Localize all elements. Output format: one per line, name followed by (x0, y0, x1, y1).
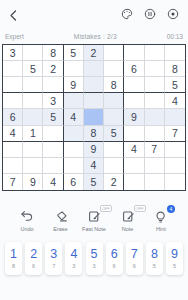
undo-button[interactable]: Undo (12, 209, 42, 232)
cell-r6c1[interactable]: 4 (3, 126, 23, 142)
cell-r3c4[interactable]: 9 (64, 77, 84, 93)
cell-r3c8[interactable] (145, 77, 165, 93)
hint-label: Hint (156, 226, 166, 232)
note-icon (121, 209, 135, 223)
cell-r8c7[interactable] (124, 158, 144, 174)
toolbar: Undo Erase OFF Fast Note OFF (0, 209, 188, 232)
cell-r2c4[interactable] (64, 61, 84, 77)
cell-r3c5[interactable] (84, 77, 104, 93)
cell-r6c7[interactable] (124, 126, 144, 142)
mistakes-counter: Mistakes : 2/3 (74, 33, 117, 40)
cell-r8c8[interactable] (145, 158, 165, 174)
note-button[interactable]: OFF Note (113, 209, 143, 232)
numpad-remaining-count: 6 (32, 264, 35, 269)
cell-r5c3[interactable]: 5 (43, 109, 63, 125)
numpad-digit: 2 (30, 248, 37, 261)
numpad-key-6[interactable]: 66 (106, 242, 123, 275)
cell-r5c5[interactable] (84, 109, 104, 125)
difficulty-label: Expert (5, 33, 24, 40)
numpad-key-5[interactable]: 53 (86, 242, 103, 275)
cell-r1c9[interactable] (165, 45, 185, 61)
cell-r8c1[interactable] (3, 158, 23, 174)
cell-r2c8[interactable] (145, 61, 165, 77)
cell-r1c6[interactable] (104, 45, 124, 61)
cell-r4c2[interactable] (23, 93, 43, 109)
cell-r6c6[interactable]: 5 (104, 126, 124, 142)
cell-r5c2[interactable] (23, 109, 43, 125)
numpad-key-7[interactable]: 76 (126, 242, 143, 275)
numpad-digit: 9 (171, 248, 178, 261)
back-chevron-icon (8, 9, 20, 22)
cell-r7c2[interactable] (23, 142, 43, 158)
cell-r3c6[interactable]: 8 (104, 77, 124, 93)
theme-palette-button[interactable] (121, 8, 133, 20)
cell-r4c3[interactable]: 3 (43, 93, 63, 109)
numpad-remaining-count: 3 (92, 264, 95, 269)
cell-r3c2[interactable] (23, 77, 43, 93)
cell-r1c5[interactable]: 2 (84, 45, 104, 61)
cell-r7c4[interactable] (64, 142, 84, 158)
cell-r6c3[interactable] (43, 126, 63, 142)
numpad: 182637435366768595 (0, 242, 188, 275)
fast-note-button[interactable]: OFF Fast Note (79, 209, 109, 232)
cell-r1c3[interactable]: 8 (43, 45, 63, 61)
cell-r4c7[interactable] (124, 93, 144, 109)
hint-count-badge: 4 (167, 205, 175, 213)
cell-r1c7[interactable] (124, 45, 144, 61)
cell-r7c9[interactable] (165, 142, 185, 158)
cell-r7c7[interactable]: 4 (124, 142, 144, 158)
cell-r5c7[interactable]: 9 (124, 109, 144, 125)
note-label: Note (122, 226, 134, 232)
cell-r7c3[interactable] (43, 142, 63, 158)
numpad-key-2[interactable]: 26 (25, 242, 42, 275)
cell-r9c2[interactable]: 9 (23, 174, 43, 190)
cell-r5c6[interactable] (104, 109, 124, 125)
timer: 00:13 (167, 33, 183, 40)
cell-r8c3[interactable] (43, 158, 63, 174)
cell-r1c4[interactable]: 5 (64, 45, 84, 61)
cell-r1c8[interactable] (145, 45, 165, 61)
cell-r2c2[interactable]: 5 (23, 61, 43, 77)
cell-r2c1[interactable] (3, 61, 23, 77)
top-right-icons (121, 8, 179, 20)
cell-r3c3[interactable] (43, 77, 63, 93)
erase-label: Erase (53, 226, 67, 232)
cell-r4c9[interactable]: 4 (165, 93, 185, 109)
record-icon (167, 8, 179, 20)
cell-r8c6[interactable] (104, 158, 124, 174)
cell-r8c2[interactable] (23, 158, 43, 174)
numpad-digit: 6 (111, 248, 118, 261)
cell-r4c5[interactable] (84, 93, 104, 109)
record-button[interactable] (167, 8, 179, 20)
erase-icon (54, 209, 68, 223)
numpad-key-8[interactable]: 85 (146, 242, 163, 275)
cell-r9c7[interactable] (124, 174, 144, 190)
numpad-remaining-count: 6 (133, 264, 136, 269)
sudoku-app: Expert Mistakes : 2/3 00:13 385252689853… (0, 0, 188, 300)
cell-r6c8[interactable] (145, 126, 165, 142)
status-row: Expert Mistakes : 2/3 00:13 (0, 33, 188, 40)
numpad-remaining-count: 8 (12, 264, 15, 269)
numpad-digit: 3 (50, 248, 57, 261)
cell-r2c9[interactable]: 8 (165, 61, 185, 77)
top-bar (0, 0, 188, 22)
cell-r7c1[interactable] (3, 142, 23, 158)
numpad-remaining-count: 5 (173, 264, 176, 269)
cell-r3c9[interactable]: 5 (165, 77, 185, 93)
numpad-key-3[interactable]: 37 (45, 242, 62, 275)
numpad-remaining-count: 3 (72, 264, 75, 269)
hint-button[interactable]: 4 Hint (146, 209, 176, 232)
cell-r6c9[interactable]: 7 (165, 126, 185, 142)
numpad-remaining-count: 7 (52, 264, 55, 269)
cell-r6c2[interactable]: 1 (23, 126, 43, 142)
cell-r7c5[interactable]: 9 (84, 142, 104, 158)
cell-r6c4[interactable] (64, 126, 84, 142)
cell-r5c4[interactable]: 4 (64, 109, 84, 125)
cell-r5c9[interactable] (165, 109, 185, 125)
numpad-digit: 1 (10, 248, 17, 261)
cell-r9c6[interactable]: 2 (104, 174, 124, 190)
numpad-remaining-count: 6 (113, 264, 116, 269)
cell-r7c8[interactable]: 7 (145, 142, 165, 158)
back-button[interactable] (8, 8, 20, 21)
numpad-digit: 8 (151, 248, 158, 261)
cell-r4c6[interactable] (104, 93, 124, 109)
numpad-key-4[interactable]: 43 (65, 242, 82, 275)
sudoku-board: 38525268985346549418579474794652 (2, 44, 186, 191)
cell-r9c9[interactable] (165, 174, 185, 190)
cell-r5c8[interactable] (145, 109, 165, 125)
cell-r9c1[interactable]: 7 (3, 174, 23, 190)
cell-r2c6[interactable] (104, 61, 124, 77)
cell-r2c7[interactable]: 6 (124, 61, 144, 77)
cell-r2c3[interactable]: 2 (43, 61, 63, 77)
cell-r3c1[interactable] (3, 77, 23, 93)
cell-r4c4[interactable] (64, 93, 84, 109)
cell-r3c7[interactable] (124, 77, 144, 93)
pause-icon (144, 8, 156, 20)
cell-r8c9[interactable] (165, 158, 185, 174)
undo-icon (20, 209, 34, 223)
cell-r4c1[interactable] (3, 93, 23, 109)
undo-label: Undo (20, 226, 33, 232)
numpad-key-9[interactable]: 95 (166, 242, 183, 275)
numpad-remaining-count: 5 (153, 264, 156, 269)
theme-palette-icon (121, 8, 133, 20)
numpad-digit: 4 (70, 248, 77, 261)
cell-r8c5[interactable]: 4 (84, 158, 104, 174)
erase-button[interactable]: Erase (46, 209, 76, 232)
cell-r8c4[interactable] (64, 158, 84, 174)
cell-r2c5[interactable] (84, 61, 104, 77)
hint-lightbulb-icon (154, 209, 168, 223)
cell-r6c5[interactable]: 8 (84, 126, 104, 142)
cell-r1c2[interactable] (23, 45, 43, 61)
fast-note-label: Fast Note (82, 226, 106, 232)
numpad-key-1[interactable]: 18 (5, 242, 22, 275)
cell-r5c1[interactable]: 6 (3, 109, 23, 125)
cell-r9c5[interactable]: 5 (84, 174, 104, 190)
cell-r1c1[interactable]: 3 (3, 45, 23, 61)
numpad-digit: 5 (91, 248, 98, 261)
fast-note-off-badge: OFF (100, 205, 112, 212)
fast-note-icon (87, 209, 101, 223)
cell-r9c4[interactable]: 6 (64, 174, 84, 190)
cell-r9c3[interactable]: 4 (43, 174, 63, 190)
cell-r9c8[interactable] (145, 174, 165, 190)
cell-r4c8[interactable] (145, 93, 165, 109)
cell-r7c6[interactable] (104, 142, 124, 158)
numpad-digit: 7 (131, 248, 138, 261)
pause-button[interactable] (144, 8, 156, 20)
note-off-badge: OFF (134, 205, 146, 212)
